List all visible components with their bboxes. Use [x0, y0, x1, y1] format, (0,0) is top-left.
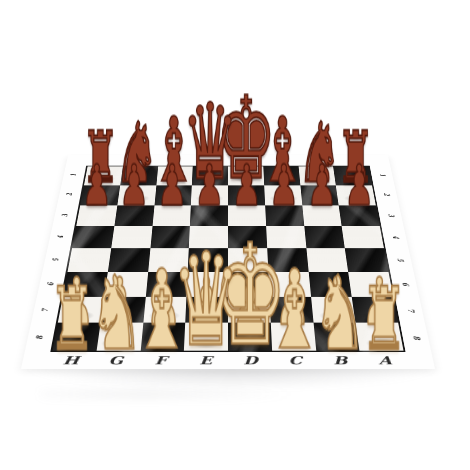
piece-shadow: [87, 175, 116, 182]
piece-shadow: [104, 310, 138, 320]
piece-shadow: [56, 338, 92, 349]
product-photo-canvas: HGFEDCBA HGFEDCBA 12345678 12345678 ♜♞♝♚…: [0, 0, 470, 470]
piece-shadow: [233, 310, 266, 320]
rank-label-4: 4: [375, 233, 416, 242]
piece-shadow: [364, 338, 400, 349]
piece-shadow: [232, 195, 261, 203]
rank-label-5: 5: [380, 255, 422, 264]
piece-shadow: [304, 175, 333, 182]
piece-shadow: [196, 175, 224, 182]
rank-label-1: 1: [364, 171, 401, 179]
piece-shadow: [158, 195, 187, 203]
piece-shadow: [343, 195, 373, 203]
rank-label-7: 7: [389, 305, 434, 316]
piece-shadow: [320, 338, 356, 349]
chessboard-mat: HGFEDCBA HGFEDCBA 12345678 12345678 ♜♞♝♚…: [21, 155, 435, 369]
piece-shadow: [189, 338, 224, 349]
piece-shadow: [232, 175, 260, 182]
piece-shadow: [268, 175, 297, 182]
rank-label-1: 1: [54, 171, 91, 179]
piece-shadow: [306, 195, 336, 203]
piece-shadow: [147, 310, 181, 320]
piece-shadow: [83, 195, 113, 203]
rank-label-8: 8: [394, 332, 440, 343]
rank-label-3: 3: [45, 211, 85, 219]
rank-label-2: 2: [368, 191, 407, 199]
piece-shadow: [144, 338, 179, 349]
piece-shadow: [318, 310, 352, 320]
rank-label-6: 6: [29, 279, 72, 289]
piece-shadow: [61, 310, 96, 320]
rank-label-4: 4: [40, 233, 81, 242]
piece-shadow: [269, 195, 298, 203]
rank-label-8: 8: [16, 332, 62, 343]
piece-shadow: [195, 195, 224, 203]
piece-shadow: [120, 195, 150, 203]
rank-label-2: 2: [50, 191, 89, 199]
dark-pawn-icon: ♟: [52, 156, 142, 212]
scene: HGFEDCBA HGFEDCBA 12345678 12345678 ♜♞♝♚…: [0, 0, 470, 470]
piece-shadow: [100, 338, 136, 349]
piece-shadow: [233, 338, 268, 349]
piece-shadow: [360, 310, 395, 320]
piece-shadow: [340, 175, 369, 182]
rank-label-5: 5: [35, 255, 77, 264]
piece-shadow: [123, 175, 152, 182]
piece-shadow: [190, 310, 223, 320]
rank-label-3: 3: [371, 211, 411, 219]
piece-shadow: [275, 310, 309, 320]
rank-label-7: 7: [23, 305, 68, 316]
piece-shadow: [159, 175, 188, 182]
rank-label-6: 6: [384, 279, 427, 289]
piece-shadow: [277, 338, 312, 349]
